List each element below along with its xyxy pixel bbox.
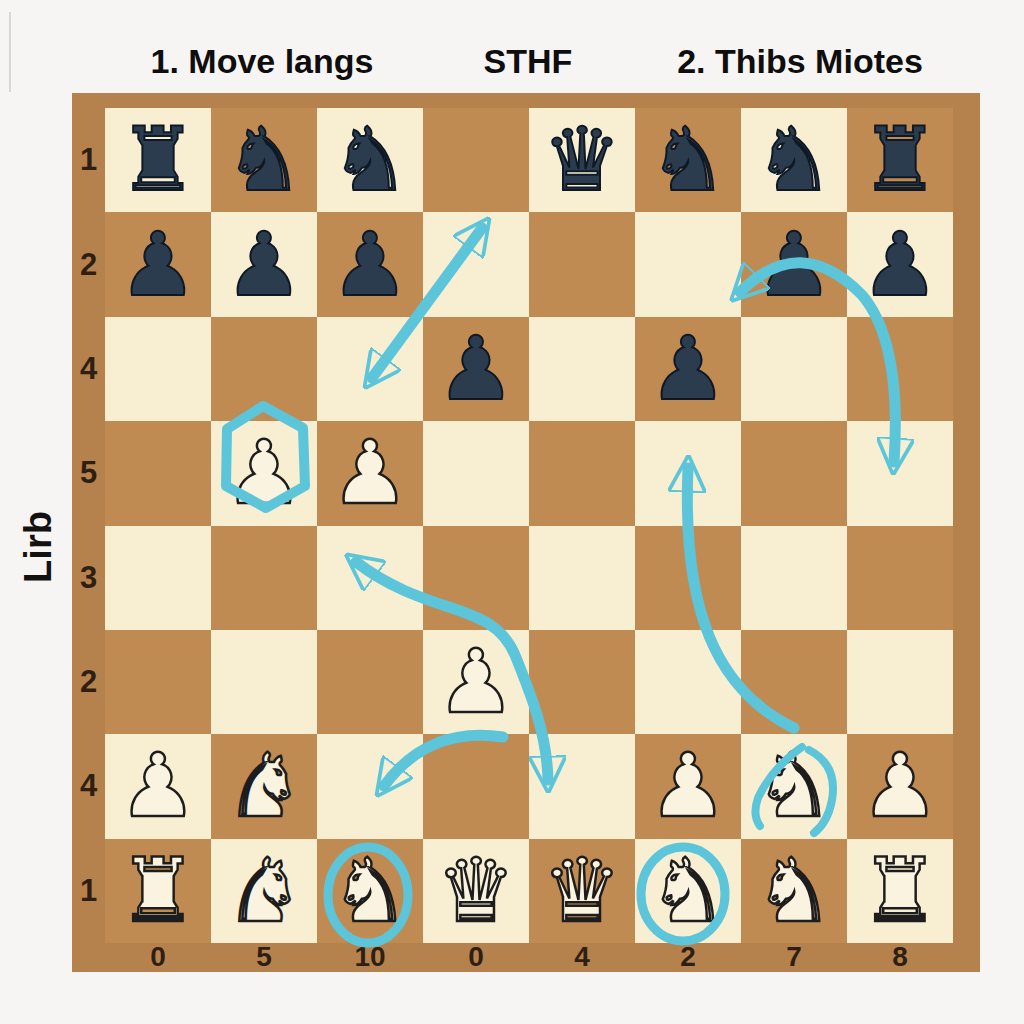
rank-label: 4	[72, 734, 105, 838]
black-knight-piece: ♞	[331, 116, 410, 204]
square-h7[interactable]: ♟	[847, 734, 953, 838]
square-c4[interactable]: ♟	[317, 421, 423, 525]
white-knight-piece: ♞	[225, 847, 304, 935]
square-b1[interactable]: ♞	[211, 108, 317, 212]
black-knight-piece: ♞	[755, 116, 834, 204]
rank-label: 2	[72, 630, 105, 734]
square-a6[interactable]	[105, 630, 211, 734]
black-pawn-piece: ♟	[331, 221, 410, 309]
white-queen-piece: ♛	[437, 847, 516, 935]
caption-side-vertical: Lirb	[17, 511, 60, 583]
black-pawn-piece: ♟	[225, 221, 304, 309]
square-e3[interactable]	[529, 317, 635, 421]
black-rook-piece: ♜	[119, 116, 198, 204]
square-h3[interactable]	[847, 317, 953, 421]
square-c5[interactable]	[317, 526, 423, 630]
rank-label: 4	[72, 317, 105, 421]
square-c2[interactable]: ♟	[317, 212, 423, 316]
square-c8[interactable]: ♞	[317, 839, 423, 943]
square-c3[interactable]	[317, 317, 423, 421]
caption-move-left: 1. Move langs	[151, 42, 374, 81]
square-f7[interactable]: ♟	[635, 734, 741, 838]
file-labels: 051004278	[105, 943, 953, 972]
square-f4[interactable]	[635, 421, 741, 525]
file-label: 10	[317, 943, 423, 972]
square-f1[interactable]: ♞	[635, 108, 741, 212]
white-pawn-piece: ♟	[119, 742, 198, 830]
square-e4[interactable]	[529, 421, 635, 525]
black-pawn-piece: ♟	[437, 325, 516, 413]
white-pawn-piece: ♟	[861, 742, 940, 830]
square-a1[interactable]: ♜	[105, 108, 211, 212]
page-edge-artifact	[9, 12, 11, 92]
square-a7[interactable]: ♟	[105, 734, 211, 838]
square-b8[interactable]: ♞	[211, 839, 317, 943]
square-d8[interactable]: ♛	[423, 839, 529, 943]
square-d2[interactable]	[423, 212, 529, 316]
square-b7[interactable]: ♞	[211, 734, 317, 838]
black-knight-piece: ♞	[225, 116, 304, 204]
square-a4[interactable]	[105, 421, 211, 525]
black-pawn-piece: ♟	[119, 221, 198, 309]
black-pawn-piece: ♟	[755, 221, 834, 309]
file-label: 4	[529, 943, 635, 972]
square-e6[interactable]	[529, 630, 635, 734]
square-g5[interactable]	[741, 526, 847, 630]
square-d5[interactable]	[423, 526, 529, 630]
file-label: 0	[105, 943, 211, 972]
square-a3[interactable]	[105, 317, 211, 421]
file-label: 0	[423, 943, 529, 972]
file-label: 2	[635, 943, 741, 972]
chess-board: 12453241 ♜♞♞♛♞♞♜♟♟♟♟♟♟♟♟♟♟♟♞♟♞♟♜♞♞♛♛♞♞♜ …	[72, 93, 980, 972]
file-label: 5	[211, 943, 317, 972]
caption-move-right: 2. Thibs Miotes	[677, 42, 923, 81]
rank-label: 3	[72, 526, 105, 630]
square-g2[interactable]: ♟	[741, 212, 847, 316]
square-h1[interactable]: ♜	[847, 108, 953, 212]
square-h6[interactable]	[847, 630, 953, 734]
square-a5[interactable]	[105, 526, 211, 630]
square-c1[interactable]: ♞	[317, 108, 423, 212]
caption-center: STHF	[484, 42, 573, 81]
white-pawn-piece: ♟	[649, 742, 728, 830]
black-knight-piece: ♞	[649, 116, 728, 204]
board-grid: ♜♞♞♛♞♞♜♟♟♟♟♟♟♟♟♟♟♟♞♟♞♟♜♞♞♛♛♞♞♜	[105, 108, 953, 943]
rank-label: 2	[72, 212, 105, 316]
square-d3[interactable]: ♟	[423, 317, 529, 421]
square-g1[interactable]: ♞	[741, 108, 847, 212]
rank-label: 5	[72, 421, 105, 525]
white-rook-piece: ♜	[861, 847, 940, 935]
white-queen-piece: ♛	[543, 847, 622, 935]
square-f2[interactable]	[635, 212, 741, 316]
square-f8[interactable]: ♞	[635, 839, 741, 943]
square-d1[interactable]	[423, 108, 529, 212]
square-g6[interactable]	[741, 630, 847, 734]
square-h8[interactable]: ♜	[847, 839, 953, 943]
square-h4[interactable]	[847, 421, 953, 525]
square-g4[interactable]	[741, 421, 847, 525]
square-c7[interactable]	[317, 734, 423, 838]
white-knight-piece: ♞	[331, 847, 410, 935]
square-a2[interactable]: ♟	[105, 212, 211, 316]
square-b6[interactable]	[211, 630, 317, 734]
square-e7[interactable]	[529, 734, 635, 838]
white-pawn-piece: ♟	[437, 638, 516, 726]
rank-label: 1	[72, 108, 105, 212]
square-e8[interactable]: ♛	[529, 839, 635, 943]
square-f3[interactable]: ♟	[635, 317, 741, 421]
square-g7[interactable]: ♞	[741, 734, 847, 838]
square-g3[interactable]	[741, 317, 847, 421]
square-d7[interactable]	[423, 734, 529, 838]
file-label: 7	[741, 943, 847, 972]
square-b2[interactable]: ♟	[211, 212, 317, 316]
white-pawn-piece: ♟	[225, 429, 304, 517]
white-pawn-piece: ♟	[331, 429, 410, 517]
white-knight-piece: ♞	[755, 742, 834, 830]
black-rook-piece: ♜	[861, 116, 940, 204]
square-e1[interactable]: ♛	[529, 108, 635, 212]
black-queen-piece: ♛	[543, 116, 622, 204]
square-d6[interactable]: ♟	[423, 630, 529, 734]
square-e5[interactable]	[529, 526, 635, 630]
black-pawn-piece: ♟	[861, 221, 940, 309]
white-knight-piece: ♞	[649, 847, 728, 935]
square-f5[interactable]	[635, 526, 741, 630]
square-f6[interactable]	[635, 630, 741, 734]
square-h5[interactable]	[847, 526, 953, 630]
white-knight-piece: ♞	[755, 847, 834, 935]
square-b4[interactable]: ♟	[211, 421, 317, 525]
square-g8[interactable]: ♞	[741, 839, 847, 943]
file-label: 8	[847, 943, 953, 972]
white-rook-piece: ♜	[119, 847, 198, 935]
square-e2[interactable]	[529, 212, 635, 316]
square-b3[interactable]	[211, 317, 317, 421]
rank-labels: 12453241	[72, 108, 105, 943]
square-d4[interactable]	[423, 421, 529, 525]
square-h2[interactable]: ♟	[847, 212, 953, 316]
white-knight-piece: ♞	[225, 742, 304, 830]
square-c6[interactable]	[317, 630, 423, 734]
square-a8[interactable]: ♜	[105, 839, 211, 943]
rank-label: 1	[72, 839, 105, 943]
black-pawn-piece: ♟	[649, 325, 728, 413]
square-b5[interactable]	[211, 526, 317, 630]
